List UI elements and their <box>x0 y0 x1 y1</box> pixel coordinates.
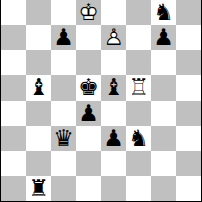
square-a1[interactable] <box>1 176 26 201</box>
square-g8[interactable]: ♞ <box>151 0 176 25</box>
square-c5[interactable] <box>51 75 76 100</box>
piece-black-knight[interactable]: ♞ <box>128 127 149 150</box>
square-h4[interactable] <box>176 101 201 126</box>
square-a7[interactable] <box>1 25 26 50</box>
square-f2[interactable] <box>126 151 151 176</box>
square-d1[interactable] <box>76 176 101 201</box>
square-d4[interactable]: ♟ <box>76 101 101 126</box>
square-d3[interactable] <box>76 126 101 151</box>
square-e4[interactable] <box>101 101 126 126</box>
piece-black-bishop[interactable]: ♝ <box>103 76 124 99</box>
piece-black-pawn[interactable]: ♟ <box>78 102 99 125</box>
square-e6[interactable] <box>101 50 126 75</box>
piece-white-rook[interactable]: ♜♖ <box>128 76 149 99</box>
square-a2[interactable] <box>1 151 26 176</box>
square-a8[interactable] <box>1 0 26 25</box>
piece-black-rook[interactable]: ♜ <box>28 177 49 200</box>
square-f4[interactable] <box>126 101 151 126</box>
square-e5[interactable]: ♝ <box>101 75 126 100</box>
square-g3[interactable] <box>151 126 176 151</box>
square-f5[interactable]: ♜♖ <box>126 75 151 100</box>
square-g2[interactable] <box>151 151 176 176</box>
square-a6[interactable] <box>1 50 26 75</box>
square-h6[interactable] <box>176 50 201 75</box>
square-g5[interactable] <box>151 75 176 100</box>
square-h7[interactable] <box>176 25 201 50</box>
square-c6[interactable] <box>51 50 76 75</box>
piece-black-pawn[interactable]: ♟ <box>53 26 74 49</box>
square-e2[interactable] <box>101 151 126 176</box>
square-c8[interactable] <box>51 0 76 25</box>
piece-black-king[interactable]: ♚ <box>78 76 99 99</box>
chess-diagram: ♚♔♞♟♟♙♟♝♚♝♜♖♟♛♟♞♜ <box>0 0 202 202</box>
piece-black-pawn[interactable]: ♟ <box>153 26 174 49</box>
square-b1[interactable]: ♜ <box>26 176 51 201</box>
square-b3[interactable] <box>26 126 51 151</box>
square-c2[interactable] <box>51 151 76 176</box>
square-f8[interactable] <box>126 0 151 25</box>
square-h5[interactable] <box>176 75 201 100</box>
square-b8[interactable] <box>26 0 51 25</box>
square-g4[interactable] <box>151 101 176 126</box>
square-g7[interactable]: ♟ <box>151 25 176 50</box>
square-e8[interactable] <box>101 0 126 25</box>
square-f1[interactable] <box>126 176 151 201</box>
square-d6[interactable] <box>76 50 101 75</box>
square-c3[interactable]: ♛ <box>51 126 76 151</box>
square-f7[interactable] <box>126 25 151 50</box>
square-b4[interactable] <box>26 101 51 126</box>
square-b7[interactable] <box>26 25 51 50</box>
square-d5[interactable]: ♚ <box>76 75 101 100</box>
square-b2[interactable] <box>26 151 51 176</box>
square-f3[interactable]: ♞ <box>126 126 151 151</box>
square-e3[interactable]: ♟ <box>101 126 126 151</box>
square-e1[interactable] <box>101 176 126 201</box>
square-g6[interactable] <box>151 50 176 75</box>
piece-black-pawn[interactable]: ♟ <box>103 127 124 150</box>
square-d2[interactable] <box>76 151 101 176</box>
piece-white-pawn[interactable]: ♟♙ <box>103 26 124 49</box>
square-f6[interactable] <box>126 50 151 75</box>
piece-white-king[interactable]: ♚♔ <box>78 1 99 24</box>
square-h3[interactable] <box>176 126 201 151</box>
square-c4[interactable] <box>51 101 76 126</box>
square-a5[interactable] <box>1 75 26 100</box>
square-b6[interactable] <box>26 50 51 75</box>
chess-board: ♚♔♞♟♟♙♟♝♚♝♜♖♟♛♟♞♜ <box>0 0 202 202</box>
piece-black-bishop[interactable]: ♝ <box>28 76 49 99</box>
square-a3[interactable] <box>1 126 26 151</box>
square-h1[interactable] <box>176 176 201 201</box>
square-e7[interactable]: ♟♙ <box>101 25 126 50</box>
square-h8[interactable] <box>176 0 201 25</box>
piece-black-knight[interactable]: ♞ <box>153 1 174 24</box>
square-d8[interactable]: ♚♔ <box>76 0 101 25</box>
square-g1[interactable] <box>151 176 176 201</box>
square-b5[interactable]: ♝ <box>26 75 51 100</box>
square-h2[interactable] <box>176 151 201 176</box>
square-d7[interactable] <box>76 25 101 50</box>
piece-black-queen[interactable]: ♛ <box>53 127 74 150</box>
square-a4[interactable] <box>1 101 26 126</box>
square-c1[interactable] <box>51 176 76 201</box>
square-c7[interactable]: ♟ <box>51 25 76 50</box>
